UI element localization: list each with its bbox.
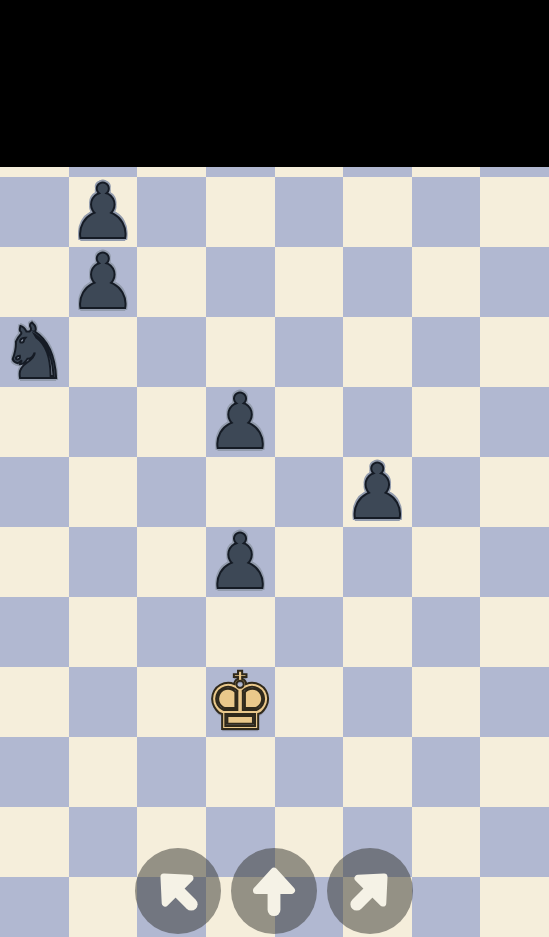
square-r6c6: [412, 527, 481, 597]
square-r4c0: [0, 387, 69, 457]
square-r8c4: [275, 667, 344, 737]
gold-king: ♚: [204, 662, 276, 742]
square-r10c6: [412, 807, 481, 877]
square-r3c4: [275, 317, 344, 387]
square-r7c5: [343, 597, 412, 667]
square-r1c2: [137, 177, 206, 247]
square-r3c0: ♞: [0, 317, 69, 387]
square-r7c2: [137, 597, 206, 667]
square-r5c0: [0, 457, 69, 527]
move-up-right-button[interactable]: [327, 848, 413, 934]
square-r6c5: [343, 527, 412, 597]
square-r9c0: [0, 737, 69, 807]
square-r7c1: [69, 597, 138, 667]
square-r3c2: [137, 317, 206, 387]
square-r1c5: [343, 177, 412, 247]
move-up-left-button[interactable]: [135, 848, 221, 934]
square-r11c0: [0, 877, 69, 937]
arrow-up-left-icon: [138, 851, 217, 930]
square-r4c2: [137, 387, 206, 457]
black-pawn: ♟: [206, 384, 274, 460]
square-r6c0: [0, 527, 69, 597]
square-r8c0: [0, 667, 69, 737]
square-r10c0: [0, 807, 69, 877]
square-r5c5: ♟: [343, 457, 412, 527]
square-r6c7: [480, 527, 549, 597]
arrow-up-right-icon: [330, 851, 409, 930]
square-r3c6: [412, 317, 481, 387]
square-r8c2: [137, 667, 206, 737]
square-r9c2: [137, 737, 206, 807]
square-r1c3: [206, 177, 275, 247]
square-r7c6: [412, 597, 481, 667]
black-pawn: ♟: [343, 454, 411, 530]
square-r5c7: [480, 457, 549, 527]
square-r4c6: [412, 387, 481, 457]
square-r11c1: [69, 877, 138, 937]
square-r7c4: [275, 597, 344, 667]
square-r11c7: [480, 877, 549, 937]
square-r7c0: [0, 597, 69, 667]
square-r9c3: [206, 737, 275, 807]
square-r7c7: [480, 597, 549, 667]
square-r1c4: [275, 177, 344, 247]
square-r2c5: [343, 247, 412, 317]
square-r5c1: [69, 457, 138, 527]
square-r1c0: [0, 177, 69, 247]
black-pawn: ♟: [206, 524, 274, 600]
square-r1c6: [412, 177, 481, 247]
square-r9c5: [343, 737, 412, 807]
square-r11c6: [412, 877, 481, 937]
square-r8c3: ♚: [206, 667, 275, 737]
square-r5c4: [275, 457, 344, 527]
move-up-button[interactable]: [231, 848, 317, 934]
square-r10c7: [480, 807, 549, 877]
square-r1c7: [480, 177, 549, 247]
square-r4c1: [69, 387, 138, 457]
square-r8c5: [343, 667, 412, 737]
square-r9c7: [480, 737, 549, 807]
black-knight: ♞: [0, 314, 68, 390]
square-r5c6: [412, 457, 481, 527]
square-r3c7: [480, 317, 549, 387]
square-r8c6: [412, 667, 481, 737]
square-r6c4: [275, 527, 344, 597]
square-r6c3: ♟: [206, 527, 275, 597]
square-r5c2: [137, 457, 206, 527]
square-r9c4: [275, 737, 344, 807]
top-black-panel: [0, 0, 549, 167]
square-r8c7: [480, 667, 549, 737]
square-r3c5: [343, 317, 412, 387]
square-r2c2: [137, 247, 206, 317]
square-r2c4: [275, 247, 344, 317]
square-r2c6: [412, 247, 481, 317]
chess-board: ♟♟♞♟♟♟♚: [0, 107, 549, 937]
square-r4c7: [480, 387, 549, 457]
square-r2c1: ♟: [69, 247, 138, 317]
square-r2c3: [206, 247, 275, 317]
arrow-up-icon: [246, 863, 302, 919]
square-r2c7: [480, 247, 549, 317]
square-r4c3: ♟: [206, 387, 275, 457]
square-r4c4: [275, 387, 344, 457]
black-pawn: ♟: [69, 244, 137, 320]
square-r6c1: [69, 527, 138, 597]
square-r10c1: [69, 807, 138, 877]
square-r9c1: [69, 737, 138, 807]
square-r6c2: [137, 527, 206, 597]
square-r3c1: [69, 317, 138, 387]
square-r8c1: [69, 667, 138, 737]
square-r9c6: [412, 737, 481, 807]
game-screen: ♟♟♞♟♟♟♚: [0, 0, 549, 937]
